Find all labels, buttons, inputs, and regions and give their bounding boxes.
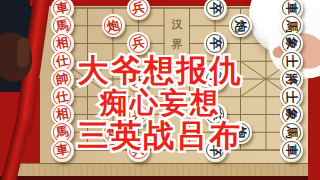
- piece-character: 兵: [131, 1, 145, 15]
- piece-character: 馬: [55, 19, 69, 33]
- piece-character: 車: [285, 2, 298, 15]
- piece-character: 炮: [106, 19, 120, 33]
- piece-character: 兵: [131, 36, 145, 50]
- piece-character: 卒: [209, 2, 222, 15]
- photo-scene: 汉 界 車馬相仕帥仕相馬車炮炮兵兵兵兵兵卒卒卒卒卒炮炮車馬象士將士象馬車 大爷想…: [0, 0, 320, 180]
- xiangqi-piece-black[interactable]: 卒: [204, 0, 227, 20]
- piece-character: 卒: [209, 37, 222, 50]
- xiangqi-piece-black[interactable]: 炮: [229, 14, 252, 37]
- xiangqi-piece-red[interactable]: 兵: [127, 0, 150, 20]
- piece-character: 炮: [234, 19, 247, 32]
- piece-character: 相: [55, 36, 69, 50]
- piece-character: 馬: [285, 19, 298, 32]
- piece-character: 車: [55, 1, 69, 15]
- xiangqi-piece-red[interactable]: 炮: [102, 14, 125, 37]
- piece-character: 象: [285, 37, 298, 50]
- caption-line-3: 三英战吕布: [0, 115, 320, 157]
